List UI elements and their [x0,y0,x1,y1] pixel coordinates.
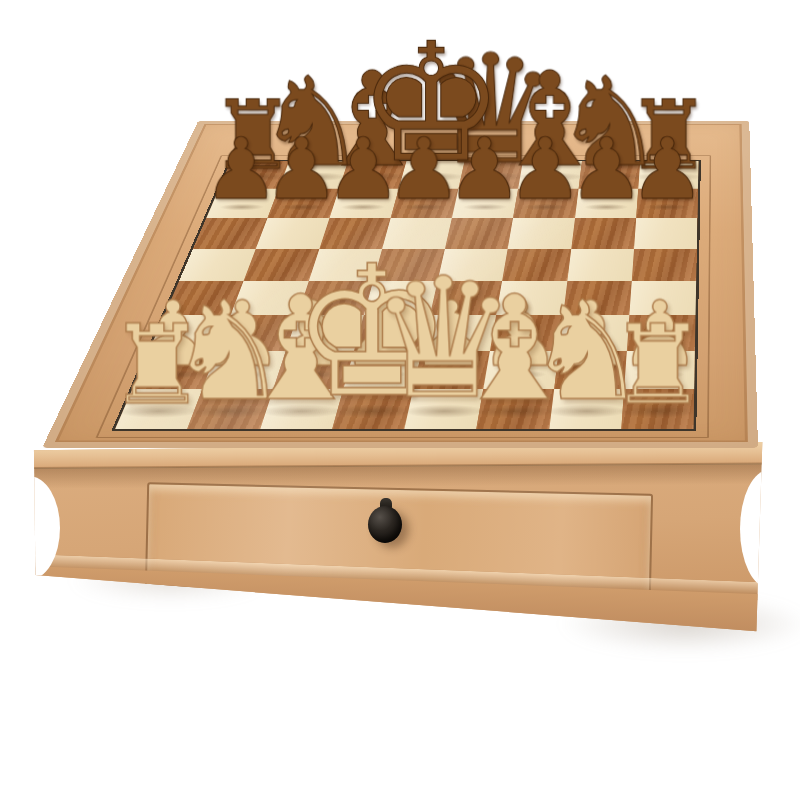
chess-piece-dark-pawn[interactable]: ♟ [529,130,800,208]
chess-piece-light-queen[interactable]: ♛ [280,262,606,415]
board-frame: ♜♞♝♚♛♝♞♜♟♟♟♟♟♟♟♟♟♟♟♟♟♟♟♟♜♞♝♚♛♝♞♜ [42,121,758,448]
board-square[interactable] [571,218,636,249]
board-square[interactable] [634,218,698,249]
board-square[interactable]: ♟ [636,189,698,218]
chessboard[interactable]: ♜♞♝♚♛♝♞♜♟♟♟♟♟♟♟♟♟♟♟♟♟♟♟♟♜♞♝♚♛♝♞♜ [111,160,700,431]
board-square[interactable]: ♛ [404,389,483,429]
product-photo-stage: ♜♞♝♚♛♝♞♜♟♟♟♟♟♟♟♟♟♟♟♟♟♟♟♟♜♞♝♚♛♝♞♜ [0,0,800,800]
board-3d-scene: ♜♞♝♚♛♝♞♜♟♟♟♟♟♟♟♟♟♟♟♟♟♟♟♟♜♞♝♚♛♝♞♜ [0,0,800,800]
board-square[interactable] [508,218,575,249]
